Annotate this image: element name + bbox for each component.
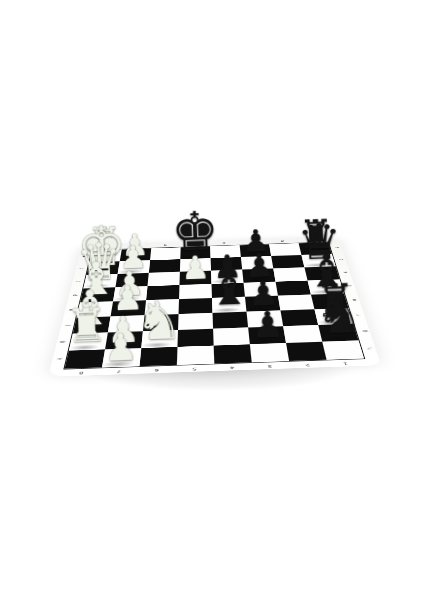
square-f2[interactable] [280, 309, 318, 326]
square-g8[interactable]: ♜ [69, 332, 108, 350]
square-b6[interactable] [149, 259, 181, 273]
square-e4[interactable]: ♝ [212, 297, 247, 313]
camera-tilt-wrapper: ♜♟♚♟♜♚♟♛♛♟♟♟♝♟♝♟♝♟♝♜♜♟♞♟♞♟ 87654321 8765… [0, 0, 424, 600]
product-photo: ♜♟♚♟♜♚♟♛♛♟♟♟♝♟♝♟♝♟♝♜♜♟♞♟♞♟ 87654321 8765… [0, 0, 424, 600]
coord-label: 1 [326, 361, 365, 366]
coord-label: 7 [100, 369, 138, 374]
white-pawn[interactable]: ♟ [103, 328, 138, 367]
black-bishop[interactable]: ♝ [207, 264, 250, 312]
square-c5[interactable]: ♟ [179, 271, 211, 285]
coord-label: 4 [213, 365, 251, 370]
black-knight[interactable]: ♞ [315, 287, 364, 341]
square-e5[interactable] [179, 298, 213, 314]
square-h8[interactable] [65, 349, 105, 368]
white-pawn[interactable]: ♟ [180, 251, 210, 284]
coord-label: 3 [251, 364, 289, 369]
white-rook[interactable]: ♜ [65, 302, 108, 349]
perspective-scene: ♜♟♚♟♜♚♟♛♛♟♟♟♝♟♝♟♝♟♝♜♜♟♞♟♞♟ 87654321 8765… [0, 0, 424, 600]
square-d5[interactable] [179, 284, 212, 299]
square-h7[interactable]: ♟ [102, 348, 141, 367]
coord-label: 8 [62, 370, 100, 375]
square-h5[interactable] [177, 346, 214, 365]
white-knight[interactable]: ♞ [134, 293, 183, 347]
square-e2[interactable] [278, 295, 315, 311]
coord-label: b [324, 257, 356, 263]
coord-label: 5 [176, 366, 214, 371]
square-f5[interactable] [178, 313, 213, 330]
coord-label: 6 [138, 368, 176, 373]
square-g4[interactable] [213, 328, 250, 346]
black-pawn[interactable]: ♟ [250, 306, 284, 343]
coord-label: 2 [288, 363, 326, 368]
square-g1[interactable]: ♞ [318, 324, 358, 342]
square-h4[interactable] [214, 344, 252, 363]
square-h1[interactable] [322, 341, 364, 360]
coord-label: a [321, 245, 352, 250]
square-g3[interactable]: ♟ [248, 326, 286, 344]
square-c2[interactable] [273, 267, 307, 281]
square-h3[interactable] [250, 343, 289, 362]
square-h6[interactable] [139, 347, 177, 366]
vinyl-chess-mat: ♜♟♚♟♜♚♟♛♛♟♟♟♝♟♝♟♝♟♝♜♜♟♞♟♞♟ 87654321 8765… [48, 237, 381, 377]
square-d2[interactable] [276, 281, 311, 296]
square-c6[interactable] [147, 272, 179, 286]
square-h2[interactable] [286, 342, 326, 361]
board-squares: ♜♟♚♟♜♚♟♛♛♟♟♟♝♟♝♟♝♟♝♜♜♟♞♟♞♟ [63, 242, 365, 370]
square-f4[interactable] [213, 312, 249, 329]
square-g6[interactable]: ♞ [141, 330, 178, 348]
